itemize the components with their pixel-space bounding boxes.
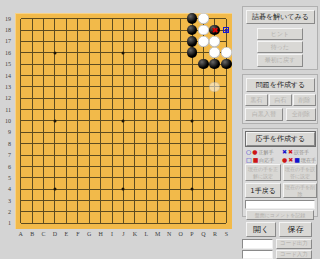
point-L19[interactable] <box>141 13 152 24</box>
point-D8[interactable] <box>49 138 60 149</box>
point-S10[interactable] <box>221 115 232 126</box>
point-I16[interactable] <box>106 47 117 58</box>
point-H7[interactable] <box>95 149 106 160</box>
point-D7[interactable] <box>49 149 60 160</box>
create-response-button[interactable]: 応手を作成する <box>246 132 315 146</box>
point-O3[interactable] <box>175 195 186 206</box>
point-N2[interactable] <box>163 206 174 217</box>
point-D3[interactable] <box>49 195 60 206</box>
point-L13[interactable] <box>141 81 152 92</box>
point-K14[interactable] <box>129 70 140 81</box>
point-A6[interactable] <box>15 161 26 172</box>
point-N19[interactable] <box>163 13 174 24</box>
point-D16[interactable] <box>49 47 60 58</box>
point-E5[interactable] <box>61 172 72 183</box>
point-E3[interactable] <box>61 195 72 206</box>
point-I8[interactable] <box>106 138 117 149</box>
point-G13[interactable] <box>84 81 95 92</box>
white-stone-button[interactable]: 白石 <box>269 94 292 106</box>
point-F16[interactable] <box>72 47 83 58</box>
save-button[interactable]: 保存 <box>279 222 312 237</box>
point-O2[interactable] <box>175 206 186 217</box>
point-H19[interactable] <box>95 13 106 24</box>
point-M4[interactable] <box>152 184 163 195</box>
point-F4[interactable] <box>72 184 83 195</box>
point-P3[interactable] <box>186 195 197 206</box>
point-P8[interactable] <box>186 138 197 149</box>
point-D11[interactable] <box>49 104 60 115</box>
point-E16[interactable] <box>61 47 72 58</box>
point-I14[interactable] <box>106 70 117 81</box>
point-M5[interactable] <box>152 172 163 183</box>
point-F8[interactable] <box>72 138 83 149</box>
point-Q4[interactable] <box>198 184 209 195</box>
point-G19[interactable] <box>84 13 95 24</box>
point-H5[interactable] <box>95 172 106 183</box>
point-N4[interactable] <box>163 184 174 195</box>
point-Q15[interactable] <box>198 58 209 69</box>
point-H2[interactable] <box>95 206 106 217</box>
point-G6[interactable] <box>84 161 95 172</box>
point-A18[interactable] <box>15 24 26 35</box>
set-current-correct-button[interactable]: 現在の手を正解に設定 <box>245 164 281 181</box>
point-L11[interactable] <box>141 104 152 115</box>
point-M10[interactable] <box>152 115 163 126</box>
point-O9[interactable] <box>175 127 186 138</box>
point-D17[interactable] <box>49 36 60 47</box>
point-A2[interactable] <box>15 206 26 217</box>
point-C17[interactable] <box>38 36 49 47</box>
point-R6[interactable] <box>209 161 220 172</box>
point-K7[interactable] <box>129 149 140 160</box>
point-I5[interactable] <box>106 172 117 183</box>
point-C3[interactable] <box>38 195 49 206</box>
point-S8[interactable] <box>221 138 232 149</box>
point-Q13[interactable] <box>198 81 209 92</box>
reset-to-start-button[interactable]: 最初に戻す <box>257 54 303 67</box>
point-O15[interactable] <box>175 58 186 69</box>
point-I17[interactable] <box>106 36 117 47</box>
point-C5[interactable] <box>38 172 49 183</box>
point-R15[interactable] <box>209 58 220 69</box>
back-one-move-button[interactable]: 1手戻る <box>245 183 281 198</box>
point-R10[interactable] <box>209 115 220 126</box>
point-S13[interactable] <box>221 81 232 92</box>
point-J4[interactable] <box>118 184 129 195</box>
point-R3[interactable] <box>209 195 220 206</box>
point-O6[interactable] <box>175 161 186 172</box>
point-D14[interactable] <box>49 70 60 81</box>
point-P17[interactable] <box>186 36 197 47</box>
point-J9[interactable] <box>118 127 129 138</box>
point-F14[interactable] <box>72 70 83 81</box>
point-R18[interactable]: ✖ <box>209 24 220 35</box>
point-E9[interactable] <box>61 127 72 138</box>
point-F10[interactable] <box>72 115 83 126</box>
point-B12[interactable] <box>26 93 37 104</box>
code-output-button[interactable]: コード出力 <box>276 239 312 249</box>
undo-matta-button[interactable]: 待った <box>257 41 303 53</box>
point-R9[interactable] <box>209 127 220 138</box>
point-K16[interactable] <box>129 47 140 58</box>
point-K4[interactable] <box>129 184 140 195</box>
point-L12[interactable] <box>141 93 152 104</box>
point-Q6[interactable] <box>198 161 209 172</box>
point-P7[interactable] <box>186 149 197 160</box>
set-current-wrong-button[interactable]: 現在の手を誤答に設定 <box>283 164 317 181</box>
point-P12[interactable] <box>186 93 197 104</box>
point-Q14[interactable] <box>198 70 209 81</box>
point-L15[interactable] <box>141 58 152 69</box>
point-Q11[interactable] <box>198 104 209 115</box>
point-K17[interactable] <box>129 36 140 47</box>
point-J13[interactable] <box>118 81 129 92</box>
point-J11[interactable] <box>118 104 129 115</box>
point-J18[interactable] <box>118 24 129 35</box>
point-E4[interactable] <box>61 184 72 195</box>
point-A13[interactable] <box>15 81 26 92</box>
point-C10[interactable] <box>38 115 49 126</box>
point-E15[interactable] <box>61 58 72 69</box>
point-B3[interactable] <box>26 195 37 206</box>
point-O12[interactable] <box>175 93 186 104</box>
point-B9[interactable] <box>26 127 37 138</box>
point-C7[interactable] <box>38 149 49 160</box>
point-L7[interactable] <box>141 149 152 160</box>
point-J15[interactable] <box>118 58 129 69</box>
point-P16[interactable] <box>186 47 197 58</box>
point-N3[interactable] <box>163 195 174 206</box>
point-F15[interactable] <box>72 58 83 69</box>
point-J6[interactable] <box>118 161 129 172</box>
point-H8[interactable] <box>95 138 106 149</box>
point-M16[interactable] <box>152 47 163 58</box>
point-Q16[interactable] <box>198 47 209 58</box>
point-F19[interactable] <box>72 13 83 24</box>
point-C18[interactable] <box>38 24 49 35</box>
point-N16[interactable] <box>163 47 174 58</box>
record-comment-button[interactable]: 盤面にコメントを記録 <box>246 210 314 220</box>
point-L16[interactable] <box>141 47 152 58</box>
point-H4[interactable] <box>95 184 106 195</box>
point-G4[interactable] <box>84 184 95 195</box>
point-D6[interactable] <box>49 161 60 172</box>
point-J3[interactable] <box>118 195 129 206</box>
point-F12[interactable] <box>72 93 83 104</box>
point-E8[interactable] <box>61 138 72 149</box>
point-L17[interactable] <box>141 36 152 47</box>
point-P15[interactable] <box>186 58 197 69</box>
delete-current-move-button[interactable]: 現在の手を削除 <box>283 183 317 198</box>
point-M19[interactable] <box>152 13 163 24</box>
point-R11[interactable] <box>209 104 220 115</box>
point-H18[interactable] <box>95 24 106 35</box>
point-J14[interactable] <box>118 70 129 81</box>
point-J5[interactable] <box>118 172 129 183</box>
point-E11[interactable] <box>61 104 72 115</box>
point-R13[interactable] <box>209 81 220 92</box>
point-G16[interactable] <box>84 47 95 58</box>
point-A4[interactable] <box>15 184 26 195</box>
point-I4[interactable] <box>106 184 117 195</box>
point-J17[interactable] <box>118 36 129 47</box>
point-S12[interactable] <box>221 93 232 104</box>
point-S7[interactable] <box>221 149 232 160</box>
point-J19[interactable] <box>118 13 129 24</box>
point-M6[interactable] <box>152 161 163 172</box>
point-N14[interactable] <box>163 70 174 81</box>
point-F5[interactable] <box>72 172 83 183</box>
point-M15[interactable] <box>152 58 163 69</box>
point-M7[interactable] <box>152 149 163 160</box>
point-A10[interactable] <box>15 115 26 126</box>
point-B10[interactable] <box>26 115 37 126</box>
point-I13[interactable] <box>106 81 117 92</box>
point-D4[interactable] <box>49 184 60 195</box>
point-G9[interactable] <box>84 127 95 138</box>
swap-colors-button[interactable]: 白黒入替 <box>245 108 283 121</box>
hint-button[interactable]: ヒント <box>257 28 303 40</box>
point-J7[interactable] <box>118 149 129 160</box>
point-B17[interactable] <box>26 36 37 47</box>
point-E12[interactable] <box>61 93 72 104</box>
point-G14[interactable] <box>84 70 95 81</box>
point-O17[interactable] <box>175 36 186 47</box>
point-D19[interactable] <box>49 13 60 24</box>
point-K12[interactable] <box>129 93 140 104</box>
point-C15[interactable] <box>38 58 49 69</box>
point-K19[interactable] <box>129 13 140 24</box>
point-B13[interactable] <box>26 81 37 92</box>
point-D12[interactable] <box>49 93 60 104</box>
point-Q7[interactable] <box>198 149 209 160</box>
point-C16[interactable] <box>38 47 49 58</box>
point-K3[interactable] <box>129 195 140 206</box>
point-O10[interactable] <box>175 115 186 126</box>
point-A11[interactable] <box>15 104 26 115</box>
point-R2[interactable] <box>209 206 220 217</box>
point-I19[interactable] <box>106 13 117 24</box>
point-B2[interactable] <box>26 206 37 217</box>
point-P5[interactable] <box>186 172 197 183</box>
point-M13[interactable] <box>152 81 163 92</box>
point-Q10[interactable] <box>198 115 209 126</box>
point-E13[interactable] <box>61 81 72 92</box>
point-M9[interactable] <box>152 127 163 138</box>
point-Q19[interactable] <box>198 13 209 24</box>
point-J16[interactable] <box>118 47 129 58</box>
point-A19[interactable] <box>15 13 26 24</box>
point-L6[interactable] <box>141 161 152 172</box>
point-I10[interactable] <box>106 115 117 126</box>
point-N6[interactable] <box>163 161 174 172</box>
point-P19[interactable] <box>186 13 197 24</box>
point-N13[interactable] <box>163 81 174 92</box>
point-P11[interactable] <box>186 104 197 115</box>
point-G2[interactable] <box>84 206 95 217</box>
point-O8[interactable] <box>175 138 186 149</box>
point-G10[interactable] <box>84 115 95 126</box>
comment-input[interactable] <box>245 200 315 209</box>
code-output-field[interactable] <box>242 239 273 249</box>
point-J8[interactable] <box>118 138 129 149</box>
point-E6[interactable] <box>61 161 72 172</box>
point-K8[interactable] <box>129 138 140 149</box>
point-I2[interactable] <box>106 206 117 217</box>
point-O7[interactable] <box>175 149 186 160</box>
point-N12[interactable] <box>163 93 174 104</box>
point-A9[interactable] <box>15 127 26 138</box>
point-M2[interactable] <box>152 206 163 217</box>
point-F2[interactable] <box>72 206 83 217</box>
point-M3[interactable] <box>152 195 163 206</box>
point-Q5[interactable] <box>198 172 209 183</box>
point-P14[interactable] <box>186 70 197 81</box>
point-F7[interactable] <box>72 149 83 160</box>
point-A17[interactable] <box>15 36 26 47</box>
point-K18[interactable] <box>129 24 140 35</box>
point-S5[interactable] <box>221 172 232 183</box>
point-K5[interactable] <box>129 172 140 183</box>
point-Q2[interactable] <box>198 206 209 217</box>
point-E7[interactable] <box>61 149 72 160</box>
point-I15[interactable] <box>106 58 117 69</box>
point-R16[interactable] <box>209 47 220 58</box>
point-A12[interactable] <box>15 93 26 104</box>
point-F17[interactable] <box>72 36 83 47</box>
point-A3[interactable] <box>15 195 26 206</box>
point-B19[interactable] <box>26 13 37 24</box>
point-Q3[interactable] <box>198 195 209 206</box>
point-O19[interactable] <box>175 13 186 24</box>
point-B11[interactable] <box>26 104 37 115</box>
point-S18[interactable] <box>221 24 232 35</box>
point-G15[interactable] <box>84 58 95 69</box>
point-C19[interactable] <box>38 13 49 24</box>
point-K9[interactable] <box>129 127 140 138</box>
point-N18[interactable] <box>163 24 174 35</box>
point-L2[interactable] <box>141 206 152 217</box>
point-H15[interactable] <box>95 58 106 69</box>
point-G3[interactable] <box>84 195 95 206</box>
point-N7[interactable] <box>163 149 174 160</box>
point-C6[interactable] <box>38 161 49 172</box>
point-G8[interactable] <box>84 138 95 149</box>
point-C11[interactable] <box>38 104 49 115</box>
point-R14[interactable] <box>209 70 220 81</box>
point-D18[interactable] <box>49 24 60 35</box>
point-Q17[interactable] <box>198 36 209 47</box>
point-K10[interactable] <box>129 115 140 126</box>
point-D9[interactable] <box>49 127 60 138</box>
point-O5[interactable] <box>175 172 186 183</box>
point-O4[interactable] <box>175 184 186 195</box>
point-C9[interactable] <box>38 127 49 138</box>
point-G5[interactable] <box>84 172 95 183</box>
point-N5[interactable] <box>163 172 174 183</box>
point-E10[interactable] <box>61 115 72 126</box>
point-D5[interactable] <box>49 172 60 183</box>
point-P13[interactable] <box>186 81 197 92</box>
point-H10[interactable] <box>95 115 106 126</box>
point-Q12[interactable] <box>198 93 209 104</box>
point-A8[interactable] <box>15 138 26 149</box>
delete-stone-button[interactable]: 削除 <box>293 94 316 106</box>
point-M12[interactable] <box>152 93 163 104</box>
point-M17[interactable] <box>152 36 163 47</box>
point-A15[interactable] <box>15 58 26 69</box>
point-Q8[interactable] <box>198 138 209 149</box>
point-J2[interactable] <box>118 206 129 217</box>
black-stone-button[interactable]: 黒石 <box>245 94 268 106</box>
point-B15[interactable] <box>26 58 37 69</box>
point-B16[interactable] <box>26 47 37 58</box>
point-F6[interactable] <box>72 161 83 172</box>
point-G11[interactable] <box>84 104 95 115</box>
point-O16[interactable] <box>175 47 186 58</box>
point-S15[interactable] <box>221 58 232 69</box>
point-H14[interactable] <box>95 70 106 81</box>
point-Q9[interactable] <box>198 127 209 138</box>
point-O13[interactable] <box>175 81 186 92</box>
point-F18[interactable] <box>72 24 83 35</box>
point-J10[interactable] <box>118 115 129 126</box>
point-D2[interactable] <box>49 206 60 217</box>
point-H9[interactable] <box>95 127 106 138</box>
point-Q18[interactable] <box>198 24 209 35</box>
point-E18[interactable] <box>61 24 72 35</box>
point-L9[interactable] <box>141 127 152 138</box>
point-F3[interactable] <box>72 195 83 206</box>
point-O11[interactable] <box>175 104 186 115</box>
point-N15[interactable] <box>163 58 174 69</box>
point-I11[interactable] <box>106 104 117 115</box>
point-I18[interactable] <box>106 24 117 35</box>
point-A5[interactable] <box>15 172 26 183</box>
point-S9[interactable] <box>221 127 232 138</box>
point-L3[interactable] <box>141 195 152 206</box>
point-S16[interactable] <box>221 47 232 58</box>
point-S6[interactable] <box>221 161 232 172</box>
point-L8[interactable] <box>141 138 152 149</box>
point-S17[interactable] <box>221 36 232 47</box>
point-H13[interactable] <box>95 81 106 92</box>
point-H3[interactable] <box>95 195 106 206</box>
point-D13[interactable] <box>49 81 60 92</box>
point-B18[interactable] <box>26 24 37 35</box>
point-E19[interactable] <box>61 13 72 24</box>
point-C13[interactable] <box>38 81 49 92</box>
point-K13[interactable] <box>129 81 140 92</box>
point-L18[interactable] <box>141 24 152 35</box>
point-E2[interactable] <box>61 206 72 217</box>
point-F9[interactable] <box>72 127 83 138</box>
point-S11[interactable] <box>221 104 232 115</box>
point-N8[interactable] <box>163 138 174 149</box>
point-B8[interactable] <box>26 138 37 149</box>
point-R12[interactable] <box>209 93 220 104</box>
point-O18[interactable] <box>175 24 186 35</box>
point-H16[interactable] <box>95 47 106 58</box>
point-N9[interactable] <box>163 127 174 138</box>
point-C4[interactable] <box>38 184 49 195</box>
point-I6[interactable] <box>106 161 117 172</box>
code-input-button[interactable]: コード入力 <box>276 250 312 259</box>
point-K2[interactable] <box>129 206 140 217</box>
point-B6[interactable] <box>26 161 37 172</box>
point-B5[interactable] <box>26 172 37 183</box>
point-I12[interactable] <box>106 93 117 104</box>
